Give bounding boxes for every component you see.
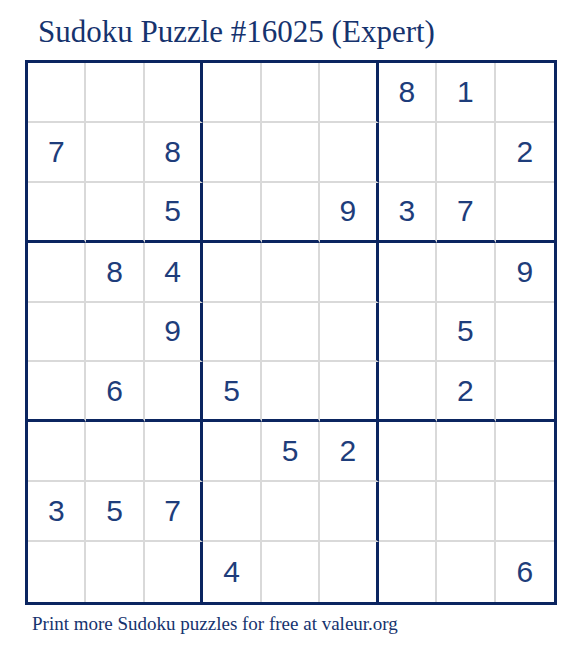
cell-r9c5	[262, 542, 320, 602]
cell-r1c6	[320, 63, 378, 123]
cell-r5c9	[496, 303, 554, 363]
cell-r3c8: 7	[437, 183, 495, 243]
cell-r8c2: 5	[86, 482, 144, 542]
cell-r4c5	[262, 243, 320, 303]
cell-r6c8: 2	[437, 362, 495, 422]
cell-r3c6: 9	[320, 183, 378, 243]
cell-r1c2	[86, 63, 144, 123]
cell-r3c2	[86, 183, 144, 243]
cell-r8c7	[379, 482, 437, 542]
cell-r5c3: 9	[145, 303, 203, 363]
cell-r2c9: 2	[496, 123, 554, 183]
cell-r4c9: 9	[496, 243, 554, 303]
cell-r7c2	[86, 422, 144, 482]
cell-r8c1: 3	[28, 482, 86, 542]
cell-r5c4	[203, 303, 261, 363]
cell-r3c3: 5	[145, 183, 203, 243]
cell-r2c3: 8	[145, 123, 203, 183]
cell-r7c5: 5	[262, 422, 320, 482]
cell-r5c6	[320, 303, 378, 363]
cell-r2c7	[379, 123, 437, 183]
cell-r3c9	[496, 183, 554, 243]
cell-r7c3	[145, 422, 203, 482]
cell-r8c6	[320, 482, 378, 542]
cell-r2c1: 7	[28, 123, 86, 183]
footer-text: Print more Sudoku puzzles for free at va…	[32, 613, 398, 635]
cell-r6c4: 5	[203, 362, 261, 422]
cell-r4c4	[203, 243, 261, 303]
cell-r5c1	[28, 303, 86, 363]
cell-r8c5	[262, 482, 320, 542]
cell-r6c2: 6	[86, 362, 144, 422]
cell-r5c8: 5	[437, 303, 495, 363]
cell-r2c4	[203, 123, 261, 183]
cell-r5c5	[262, 303, 320, 363]
cell-r8c9	[496, 482, 554, 542]
cell-r4c1	[28, 243, 86, 303]
cell-r1c3	[145, 63, 203, 123]
cell-r7c1	[28, 422, 86, 482]
cell-r4c7	[379, 243, 437, 303]
cell-r9c1	[28, 542, 86, 602]
cell-r8c4	[203, 482, 261, 542]
cell-r2c8	[437, 123, 495, 183]
cell-r1c5	[262, 63, 320, 123]
cell-r1c1	[28, 63, 86, 123]
cell-r7c7	[379, 422, 437, 482]
cell-r3c1	[28, 183, 86, 243]
cell-r7c9	[496, 422, 554, 482]
cell-r4c2: 8	[86, 243, 144, 303]
page-title: Sudoku Puzzle #16025 (Expert)	[38, 14, 435, 50]
cell-r5c7	[379, 303, 437, 363]
cell-r3c7: 3	[379, 183, 437, 243]
cell-r9c3	[145, 542, 203, 602]
cell-r6c7	[379, 362, 437, 422]
cell-r2c6	[320, 123, 378, 183]
cell-r2c2	[86, 123, 144, 183]
cell-r9c7	[379, 542, 437, 602]
cell-r8c3: 7	[145, 482, 203, 542]
cell-r9c8	[437, 542, 495, 602]
cell-r7c6: 2	[320, 422, 378, 482]
cell-r4c8	[437, 243, 495, 303]
cell-r9c2	[86, 542, 144, 602]
cell-r1c9	[496, 63, 554, 123]
cell-r7c4	[203, 422, 261, 482]
cell-r7c8	[437, 422, 495, 482]
cell-r6c6	[320, 362, 378, 422]
cell-r6c1	[28, 362, 86, 422]
cell-r6c3	[145, 362, 203, 422]
cell-r6c5	[262, 362, 320, 422]
sudoku-grid: 817825937849956525235746	[25, 60, 557, 605]
cell-r6c9	[496, 362, 554, 422]
cell-r3c5	[262, 183, 320, 243]
cell-r8c8	[437, 482, 495, 542]
cell-r4c3: 4	[145, 243, 203, 303]
cell-r1c7: 8	[379, 63, 437, 123]
cell-r1c8: 1	[437, 63, 495, 123]
cell-r3c4	[203, 183, 261, 243]
cell-r1c4	[203, 63, 261, 123]
cell-r4c6	[320, 243, 378, 303]
cell-r5c2	[86, 303, 144, 363]
cell-r2c5	[262, 123, 320, 183]
cell-r9c4: 4	[203, 542, 261, 602]
cell-r9c9: 6	[496, 542, 554, 602]
cell-r9c6	[320, 542, 378, 602]
